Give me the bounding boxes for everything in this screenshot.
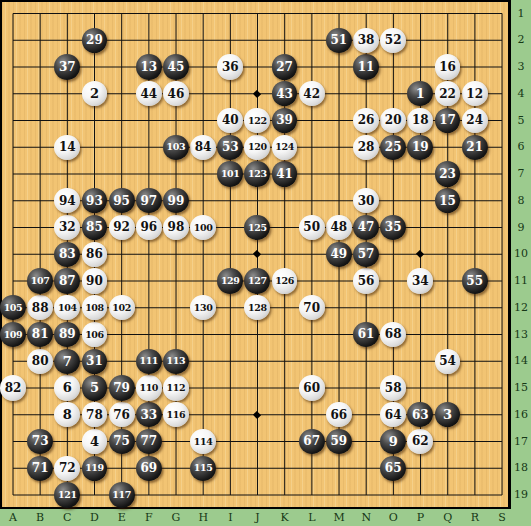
stone-black-53: 53 xyxy=(217,135,243,160)
row-label-13: 13 xyxy=(511,328,531,342)
stone-black-63: 63 xyxy=(407,402,433,427)
move-number: 124 xyxy=(275,142,294,152)
row-label-9: 9 xyxy=(511,221,531,235)
move-number: 96 xyxy=(140,221,157,233)
stone-white-102: 102 xyxy=(109,295,135,320)
stone-black-121: 121 xyxy=(54,482,80,507)
stone-white-20: 20 xyxy=(380,108,406,133)
stone-white-30: 30 xyxy=(353,188,379,213)
row-label-11: 11 xyxy=(511,274,531,288)
stone-black-123: 123 xyxy=(244,161,270,186)
move-number: 33 xyxy=(140,409,157,421)
move-number: 13 xyxy=(140,61,157,73)
move-number: 43 xyxy=(276,88,293,100)
move-number: 89 xyxy=(59,328,76,340)
stone-black-51: 51 xyxy=(326,28,352,53)
stone-white-72: 72 xyxy=(54,456,80,481)
row-label-10: 10 xyxy=(511,247,531,261)
stone-black-35: 35 xyxy=(380,215,406,240)
move-number: 85 xyxy=(86,221,103,233)
stone-black-117: 117 xyxy=(109,482,135,507)
stone-black-115: 115 xyxy=(190,456,216,481)
stone-black-19: 19 xyxy=(407,135,433,160)
move-number: 47 xyxy=(358,221,375,233)
move-number: 77 xyxy=(140,435,157,447)
move-number: 108 xyxy=(85,303,104,313)
stone-white-104: 104 xyxy=(54,295,80,320)
move-number: 9 xyxy=(389,435,398,448)
stone-black-5: 5 xyxy=(82,375,108,400)
move-number: 28 xyxy=(358,141,375,153)
move-number: 27 xyxy=(276,61,293,73)
stone-black-111: 111 xyxy=(136,349,162,374)
col-label-O: O xyxy=(385,511,401,525)
move-number: 62 xyxy=(412,435,429,447)
stone-black-95: 95 xyxy=(109,188,135,213)
move-number: 6 xyxy=(63,381,72,394)
move-number: 57 xyxy=(358,248,375,260)
move-number: 128 xyxy=(248,303,267,313)
stone-black-99: 99 xyxy=(163,188,189,213)
move-number: 30 xyxy=(358,195,375,207)
move-number: 107 xyxy=(31,276,50,286)
move-number: 60 xyxy=(303,382,320,394)
move-number: 92 xyxy=(113,221,130,233)
move-number: 41 xyxy=(276,168,293,180)
stone-black-71: 71 xyxy=(27,456,53,481)
stone-black-13: 13 xyxy=(136,54,162,79)
stone-white-106: 106 xyxy=(82,322,108,347)
stone-white-90: 90 xyxy=(82,268,108,293)
row-label-8: 8 xyxy=(511,194,531,208)
stone-white-52: 52 xyxy=(380,28,406,53)
stone-white-54: 54 xyxy=(435,349,461,374)
move-number: 126 xyxy=(275,276,294,286)
stone-white-122: 122 xyxy=(244,108,270,133)
move-number: 15 xyxy=(439,195,456,207)
move-number: 31 xyxy=(86,355,103,367)
stone-black-85: 85 xyxy=(82,215,108,240)
move-number: 115 xyxy=(194,463,213,473)
stone-black-77: 77 xyxy=(136,429,162,454)
move-number: 14 xyxy=(59,141,76,153)
stone-white-84: 84 xyxy=(190,135,216,160)
col-label-F: F xyxy=(141,511,157,525)
stone-white-124: 124 xyxy=(272,135,298,160)
stone-black-73: 73 xyxy=(27,429,53,454)
move-number: 53 xyxy=(222,141,239,153)
move-number: 102 xyxy=(112,303,131,313)
stone-black-25: 25 xyxy=(380,135,406,160)
move-number: 54 xyxy=(439,355,456,367)
star-point-J10 xyxy=(253,250,261,258)
move-number: 76 xyxy=(113,409,130,421)
move-number: 98 xyxy=(168,221,185,233)
move-number: 12 xyxy=(466,88,483,100)
move-number: 26 xyxy=(358,114,375,126)
col-label-D: D xyxy=(87,511,103,525)
stone-black-45: 45 xyxy=(163,54,189,79)
move-number: 78 xyxy=(86,409,103,421)
move-number: 52 xyxy=(385,34,402,46)
move-number: 64 xyxy=(385,409,402,421)
stone-white-2: 2 xyxy=(82,81,108,106)
col-label-S: S xyxy=(494,511,510,525)
stone-white-96: 96 xyxy=(136,215,162,240)
move-number: 94 xyxy=(59,195,76,207)
col-label-K: K xyxy=(277,511,293,525)
star-point-P10 xyxy=(416,250,424,258)
move-number: 127 xyxy=(248,276,267,286)
move-number: 38 xyxy=(358,34,375,46)
move-number: 114 xyxy=(194,437,213,447)
stone-white-18: 18 xyxy=(407,108,433,133)
move-number: 7 xyxy=(63,355,72,368)
row-label-15: 15 xyxy=(511,381,531,395)
col-label-B: B xyxy=(32,511,48,525)
move-number: 86 xyxy=(86,248,103,260)
stone-white-76: 76 xyxy=(109,402,135,427)
move-number: 25 xyxy=(385,141,402,153)
stone-black-101: 101 xyxy=(217,161,243,186)
stone-black-7: 7 xyxy=(54,349,80,374)
stone-black-43: 43 xyxy=(272,81,298,106)
stone-black-79: 79 xyxy=(109,375,135,400)
stone-white-12: 12 xyxy=(462,81,488,106)
stone-white-120: 120 xyxy=(244,135,270,160)
stone-black-103: 103 xyxy=(163,135,189,160)
move-number: 113 xyxy=(167,356,186,366)
move-number: 71 xyxy=(32,462,49,474)
move-number: 119 xyxy=(85,463,104,473)
move-number: 122 xyxy=(248,116,267,126)
move-number: 90 xyxy=(86,275,103,287)
move-number: 82 xyxy=(5,382,22,394)
move-number: 37 xyxy=(59,61,76,73)
stone-white-80: 80 xyxy=(27,349,53,374)
stone-white-4: 4 xyxy=(82,429,108,454)
move-number: 130 xyxy=(194,303,213,313)
stone-black-9: 9 xyxy=(380,429,406,454)
stone-black-75: 75 xyxy=(109,429,135,454)
move-number: 36 xyxy=(222,61,239,73)
move-number: 18 xyxy=(412,114,429,126)
stone-white-68: 68 xyxy=(380,322,406,347)
move-number: 104 xyxy=(58,303,77,313)
stone-white-60: 60 xyxy=(299,375,325,400)
move-number: 29 xyxy=(86,34,103,46)
move-number: 8 xyxy=(63,408,72,421)
stone-white-46: 46 xyxy=(163,81,189,106)
col-label-G: G xyxy=(168,511,184,525)
move-number: 72 xyxy=(59,462,76,474)
col-label-C: C xyxy=(59,511,75,525)
move-number: 22 xyxy=(439,88,456,100)
stone-black-93: 93 xyxy=(82,188,108,213)
stone-black-29: 29 xyxy=(82,28,108,53)
row-label-16: 16 xyxy=(511,408,531,422)
move-number: 123 xyxy=(248,169,267,179)
move-number: 83 xyxy=(59,248,76,260)
stone-black-119: 119 xyxy=(82,456,108,481)
move-number: 121 xyxy=(58,490,77,500)
move-number: 80 xyxy=(32,355,49,367)
stone-black-61: 61 xyxy=(353,322,379,347)
move-number: 21 xyxy=(466,141,483,153)
col-label-H: H xyxy=(195,511,211,525)
row-label-4: 4 xyxy=(511,87,531,101)
move-number: 81 xyxy=(32,328,49,340)
stone-white-56: 56 xyxy=(353,268,379,293)
col-label-J: J xyxy=(250,511,266,525)
move-number: 125 xyxy=(248,223,267,233)
stone-black-27: 27 xyxy=(272,54,298,79)
stone-white-92: 92 xyxy=(109,215,135,240)
stone-white-82: 82 xyxy=(0,375,26,400)
move-number: 16 xyxy=(439,61,456,73)
stone-black-97: 97 xyxy=(136,188,162,213)
stone-white-110: 110 xyxy=(136,375,162,400)
move-number: 45 xyxy=(168,61,185,73)
row-label-12: 12 xyxy=(511,301,531,315)
move-number: 68 xyxy=(385,328,402,340)
stone-black-55: 55 xyxy=(462,268,488,293)
stone-white-58: 58 xyxy=(380,375,406,400)
stone-black-87: 87 xyxy=(54,268,80,293)
stone-black-105: 105 xyxy=(0,295,26,320)
stone-black-57: 57 xyxy=(353,242,379,267)
go-board-frame: 1234567891112131415161718192021222324252… xyxy=(0,0,531,526)
stone-white-40: 40 xyxy=(217,108,243,133)
row-label-7: 7 xyxy=(511,167,531,181)
stone-white-14: 14 xyxy=(54,135,80,160)
col-label-Q: Q xyxy=(440,511,456,525)
move-number: 56 xyxy=(358,275,375,287)
stone-white-128: 128 xyxy=(244,295,270,320)
stone-black-67: 67 xyxy=(299,429,325,454)
star-point-J4 xyxy=(253,90,261,98)
move-number: 3 xyxy=(443,408,452,421)
stone-white-50: 50 xyxy=(299,215,325,240)
stone-grid: 1234567891112131415161718192021222324252… xyxy=(0,0,515,508)
move-number: 75 xyxy=(113,435,130,447)
stone-black-127: 127 xyxy=(244,268,270,293)
move-number: 40 xyxy=(222,114,239,126)
stone-black-125: 125 xyxy=(244,215,270,240)
move-number: 100 xyxy=(194,223,213,233)
stone-white-64: 64 xyxy=(380,402,406,427)
stone-white-8: 8 xyxy=(54,402,80,427)
move-number: 34 xyxy=(412,275,429,287)
move-number: 129 xyxy=(221,276,240,286)
stone-black-33: 33 xyxy=(136,402,162,427)
stone-black-65: 65 xyxy=(380,456,406,481)
move-number: 20 xyxy=(385,114,402,126)
move-number: 112 xyxy=(167,383,186,393)
stone-white-126: 126 xyxy=(272,268,298,293)
stone-white-114: 114 xyxy=(190,429,216,454)
stone-black-11: 11 xyxy=(353,54,379,79)
move-number: 88 xyxy=(32,302,49,314)
move-number: 59 xyxy=(331,435,348,447)
move-number: 67 xyxy=(303,435,320,447)
stone-white-66: 66 xyxy=(326,402,352,427)
row-label-19: 19 xyxy=(511,488,531,502)
move-number: 42 xyxy=(303,88,320,100)
col-label-A: A xyxy=(5,511,21,525)
stone-black-113: 113 xyxy=(163,349,189,374)
move-number: 66 xyxy=(331,409,348,421)
col-label-N: N xyxy=(358,511,374,525)
move-number: 17 xyxy=(439,114,456,126)
stone-black-17: 17 xyxy=(435,108,461,133)
stone-white-100: 100 xyxy=(190,215,216,240)
row-label-1: 1 xyxy=(511,7,531,21)
stone-black-31: 31 xyxy=(82,349,108,374)
stone-white-48: 48 xyxy=(326,215,352,240)
stone-black-59: 59 xyxy=(326,429,352,454)
stone-white-38: 38 xyxy=(353,28,379,53)
stone-black-1: 1 xyxy=(407,81,433,106)
move-number: 5 xyxy=(90,381,99,394)
move-number: 109 xyxy=(4,330,23,340)
move-number: 46 xyxy=(168,88,185,100)
stone-black-37: 37 xyxy=(54,54,80,79)
stone-white-36: 36 xyxy=(217,54,243,79)
move-number: 39 xyxy=(276,114,293,126)
row-label-17: 17 xyxy=(511,435,531,449)
move-number: 84 xyxy=(195,141,212,153)
move-number: 49 xyxy=(331,248,348,260)
move-number: 69 xyxy=(140,462,157,474)
stone-black-15: 15 xyxy=(435,188,461,213)
row-label-2: 2 xyxy=(511,33,531,47)
move-number: 110 xyxy=(139,383,158,393)
move-number: 65 xyxy=(385,462,402,474)
move-number: 50 xyxy=(303,221,320,233)
stone-white-116: 116 xyxy=(163,402,189,427)
stone-white-44: 44 xyxy=(136,81,162,106)
stone-white-98: 98 xyxy=(163,215,189,240)
move-number: 35 xyxy=(385,221,402,233)
move-number: 116 xyxy=(167,410,186,420)
move-number: 79 xyxy=(113,382,130,394)
move-number: 48 xyxy=(331,221,348,233)
stone-white-42: 42 xyxy=(299,81,325,106)
stone-white-86: 86 xyxy=(82,242,108,267)
move-number: 95 xyxy=(113,195,130,207)
move-number: 23 xyxy=(439,168,456,180)
stone-white-34: 34 xyxy=(407,268,433,293)
col-label-M: M xyxy=(331,511,347,525)
move-number: 24 xyxy=(466,114,483,126)
stone-white-28: 28 xyxy=(353,135,379,160)
stone-black-69: 69 xyxy=(136,456,162,481)
row-label-5: 5 xyxy=(511,114,531,128)
move-number: 99 xyxy=(168,195,185,207)
stone-white-6: 6 xyxy=(54,375,80,400)
move-number: 55 xyxy=(466,275,483,287)
move-number: 97 xyxy=(140,195,157,207)
stone-white-70: 70 xyxy=(299,295,325,320)
stone-white-22: 22 xyxy=(435,81,461,106)
move-number: 63 xyxy=(412,409,429,421)
col-label-P: P xyxy=(413,511,429,525)
move-number: 4 xyxy=(90,435,99,448)
stone-white-112: 112 xyxy=(163,375,189,400)
stone-black-107: 107 xyxy=(27,268,53,293)
move-number: 2 xyxy=(90,87,99,100)
stone-white-130: 130 xyxy=(190,295,216,320)
stone-white-26: 26 xyxy=(353,108,379,133)
stone-black-89: 89 xyxy=(54,322,80,347)
move-number: 105 xyxy=(4,303,23,313)
move-number: 32 xyxy=(59,221,76,233)
col-label-E: E xyxy=(114,511,130,525)
stone-black-83: 83 xyxy=(54,242,80,267)
stone-black-3: 3 xyxy=(435,402,461,427)
move-number: 111 xyxy=(139,356,158,366)
move-number: 87 xyxy=(59,275,76,287)
row-label-18: 18 xyxy=(511,461,531,475)
stone-white-32: 32 xyxy=(54,215,80,240)
col-label-L: L xyxy=(304,511,320,525)
move-number: 70 xyxy=(303,302,320,314)
stone-white-78: 78 xyxy=(82,402,108,427)
col-label-I: I xyxy=(222,511,238,525)
move-number: 117 xyxy=(112,490,131,500)
stone-black-129: 129 xyxy=(217,268,243,293)
row-label-3: 3 xyxy=(511,60,531,74)
move-number: 51 xyxy=(331,34,348,46)
stone-black-39: 39 xyxy=(272,108,298,133)
star-point-J16 xyxy=(253,411,261,419)
stone-black-23: 23 xyxy=(435,161,461,186)
move-number: 101 xyxy=(221,169,240,179)
move-number: 73 xyxy=(32,435,49,447)
stone-black-21: 21 xyxy=(462,135,488,160)
stone-white-108: 108 xyxy=(82,295,108,320)
row-label-14: 14 xyxy=(511,354,531,368)
stone-white-16: 16 xyxy=(435,54,461,79)
stone-black-81: 81 xyxy=(27,322,53,347)
stone-white-88: 88 xyxy=(27,295,53,320)
stone-white-24: 24 xyxy=(462,108,488,133)
col-label-R: R xyxy=(467,511,483,525)
stone-black-49: 49 xyxy=(326,242,352,267)
move-number: 120 xyxy=(248,142,267,152)
move-number: 11 xyxy=(358,61,375,73)
move-number: 61 xyxy=(358,328,375,340)
move-number: 19 xyxy=(412,141,429,153)
row-label-6: 6 xyxy=(511,140,531,154)
move-number: 93 xyxy=(86,195,103,207)
stone-white-62: 62 xyxy=(407,429,433,454)
move-number: 106 xyxy=(85,330,104,340)
move-number: 58 xyxy=(385,382,402,394)
stone-white-94: 94 xyxy=(54,188,80,213)
stone-black-41: 41 xyxy=(272,161,298,186)
move-number: 1 xyxy=(416,87,425,100)
move-number: 103 xyxy=(167,142,186,152)
move-number: 44 xyxy=(140,88,157,100)
stone-black-109: 109 xyxy=(0,322,26,347)
stone-black-47: 47 xyxy=(353,215,379,240)
